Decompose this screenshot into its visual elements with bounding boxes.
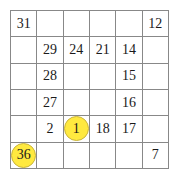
cell-r6c3[interactable] [64, 143, 90, 169]
cell-r3c1[interactable] [11, 64, 37, 90]
cell-r1c3[interactable] [64, 11, 90, 37]
cell-value: 14 [122, 42, 136, 58]
cell-r6c5[interactable] [116, 143, 142, 169]
cell-r1c2[interactable] [37, 11, 63, 37]
cell-r4c6[interactable] [143, 90, 169, 116]
cell-value: 36 [17, 147, 31, 163]
cell-r5c4: 18 [90, 116, 116, 142]
cell-r1c4[interactable] [90, 11, 116, 37]
cell-r6c6: 7 [143, 143, 169, 169]
cell-r2c2: 29 [37, 37, 63, 63]
cell-value: 1 [73, 121, 80, 137]
cell-value: 17 [122, 121, 136, 137]
cell-r4c4[interactable] [90, 90, 116, 116]
cell-r4c1[interactable] [11, 90, 37, 116]
cell-r2c3: 24 [64, 37, 90, 63]
cell-r6c4[interactable] [90, 143, 116, 169]
cell-r6c2[interactable] [37, 143, 63, 169]
cell-value: 7 [152, 147, 159, 163]
cell-r2c4: 21 [90, 37, 116, 63]
cell-r4c3[interactable] [64, 90, 90, 116]
cell-r3c2: 28 [37, 64, 63, 90]
highlight-circle: 36 [11, 143, 36, 168]
cell-r1c1: 31 [11, 11, 37, 37]
cell-value: 16 [122, 95, 136, 111]
cell-r5c1[interactable] [11, 116, 37, 142]
highlight-circle: 1 [64, 116, 89, 141]
cell-value: 15 [122, 68, 136, 84]
cell-value: 2 [46, 121, 53, 137]
cell-value: 21 [96, 42, 110, 58]
cell-r4c2: 27 [37, 90, 63, 116]
cell-r3c4[interactable] [90, 64, 116, 90]
cell-r3c5: 15 [116, 64, 142, 90]
cell-r5c6[interactable] [143, 116, 169, 142]
cell-value: 29 [43, 42, 57, 58]
hidato-grid: 31122924211428152716211817367 [10, 10, 169, 169]
cell-r5c5: 17 [116, 116, 142, 142]
cell-r6c1: 36 [11, 143, 37, 169]
cell-r2c5: 14 [116, 37, 142, 63]
cell-value: 12 [148, 16, 162, 32]
cell-r5c2: 2 [37, 116, 63, 142]
cell-value: 31 [17, 16, 31, 32]
cell-r4c5: 16 [116, 90, 142, 116]
cell-r1c6: 12 [143, 11, 169, 37]
cell-r1c5[interactable] [116, 11, 142, 37]
cell-r3c6[interactable] [143, 64, 169, 90]
cell-value: 24 [69, 42, 83, 58]
cell-r2c6[interactable] [143, 37, 169, 63]
cell-value: 28 [43, 68, 57, 84]
cell-value: 27 [43, 95, 57, 111]
cell-value: 18 [96, 121, 110, 137]
cell-r3c3[interactable] [64, 64, 90, 90]
cell-r5c3: 1 [64, 116, 90, 142]
cell-r2c1[interactable] [11, 37, 37, 63]
